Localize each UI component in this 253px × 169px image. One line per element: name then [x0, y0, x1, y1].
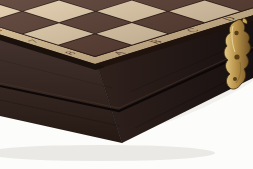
- latch-body: [224, 19, 250, 89]
- latch-cutout: [233, 77, 237, 81]
- latch-cutout: [234, 54, 239, 59]
- chess-box-photo: ABCDEFGH12345678: [0, 0, 253, 169]
- brass-latch: [0, 0, 253, 169]
- latch-cutout: [234, 31, 238, 35]
